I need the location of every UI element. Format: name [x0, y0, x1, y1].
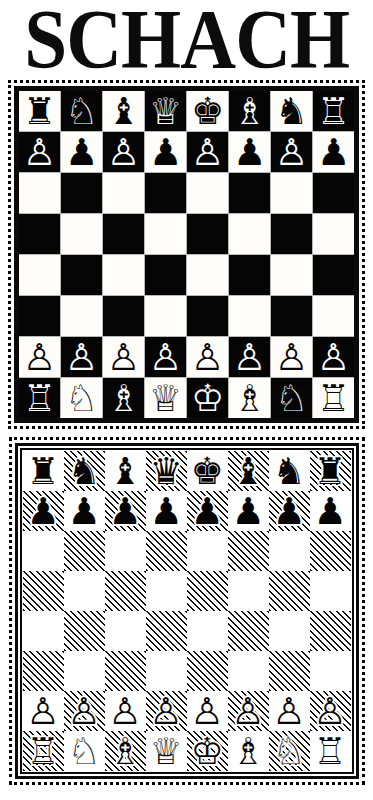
- square-e7[interactable]: ♙: [187, 132, 228, 172]
- chessboard-solid: ♜♘♝♕♚♗♞♖♙♟♙♟♙♟♙♟♙♙♙♙♙♙♙♙♖♘♗♕♔♗♘♖: [19, 91, 354, 418]
- square-g8[interactable]: ♞: [269, 451, 310, 491]
- square-h4[interactable]: [313, 255, 354, 295]
- square-b5[interactable]: [61, 214, 102, 254]
- square-a3[interactable]: [23, 651, 64, 691]
- square-d6[interactable]: [145, 173, 186, 213]
- square-e1[interactable]: ♔: [187, 731, 228, 771]
- black-bishop-piece[interactable]: ♝: [108, 453, 141, 490]
- square-d8[interactable]: ♛: [146, 451, 187, 491]
- square-c3[interactable]: [103, 296, 144, 336]
- square-d8[interactable]: ♕: [145, 91, 186, 131]
- white-pawn-piece[interactable]: ♙: [190, 693, 223, 730]
- square-e2[interactable]: ♙: [187, 337, 228, 377]
- black-pawn-piece[interactable]: ♟: [317, 134, 350, 171]
- white-pawn-piece[interactable]: ♙: [231, 693, 264, 730]
- square-h2[interactable]: ♙: [313, 337, 354, 377]
- square-g2[interactable]: ♙: [271, 337, 312, 377]
- white-pawn-piece[interactable]: ♙: [149, 339, 182, 376]
- square-d1[interactable]: ♕: [145, 378, 186, 418]
- square-c6[interactable]: [103, 173, 144, 213]
- white-pawn-piece[interactable]: ♙: [26, 693, 59, 730]
- square-f4[interactable]: [228, 611, 269, 651]
- square-a1[interactable]: ♖: [23, 731, 64, 771]
- square-f3[interactable]: [229, 296, 270, 336]
- white-rook-piece[interactable]: ♖: [23, 380, 56, 417]
- black-pawn-piece[interactable]: ♟: [272, 493, 305, 530]
- white-pawn-piece[interactable]: ♙: [233, 339, 266, 376]
- square-b1[interactable]: ♘: [61, 378, 102, 418]
- square-f5[interactable]: [229, 214, 270, 254]
- square-c5[interactable]: [103, 214, 144, 254]
- square-e5[interactable]: [187, 214, 228, 254]
- black-pawn-piece[interactable]: ♟: [65, 134, 98, 171]
- square-f7[interactable]: ♟: [228, 491, 269, 531]
- square-h1[interactable]: ♖: [310, 731, 351, 771]
- square-a6[interactable]: [23, 531, 64, 571]
- square-f6[interactable]: [228, 531, 269, 571]
- square-a5[interactable]: [19, 214, 60, 254]
- square-h2[interactable]: ♙: [310, 691, 351, 731]
- white-pawn-piece[interactable]: ♙: [67, 693, 100, 730]
- square-e3[interactable]: [187, 296, 228, 336]
- square-g8[interactable]: ♞: [271, 91, 312, 131]
- black-queen-piece[interactable]: ♛: [149, 453, 182, 490]
- square-c5[interactable]: [105, 571, 146, 611]
- square-c6[interactable]: [105, 531, 146, 571]
- square-f4[interactable]: [229, 255, 270, 295]
- square-a2[interactable]: ♙: [23, 691, 64, 731]
- square-h8[interactable]: ♖: [313, 91, 354, 131]
- square-h5[interactable]: [310, 571, 351, 611]
- square-b2[interactable]: ♙: [61, 337, 102, 377]
- square-a7[interactable]: ♙: [19, 132, 60, 172]
- square-d7[interactable]: ♟: [145, 132, 186, 172]
- hatched-board-frame-outer: ♜♞♝♛♚♝♞♜♟♟♟♟♟♟♟♟♙♙♙♙♙♙♙♙♖♘♗♕♔♗♘♖: [15, 443, 359, 779]
- square-g7[interactable]: ♟: [269, 491, 310, 531]
- square-a8[interactable]: ♜: [23, 451, 64, 491]
- black-bishop-piece[interactable]: ♝: [107, 93, 140, 130]
- square-c1[interactable]: ♗: [103, 378, 144, 418]
- square-c1[interactable]: ♗: [105, 731, 146, 771]
- black-pawn-piece[interactable]: ♟: [233, 134, 266, 171]
- square-e3[interactable]: [187, 651, 228, 691]
- square-e5[interactable]: [187, 571, 228, 611]
- white-queen-piece[interactable]: ♕: [149, 733, 182, 770]
- square-g1[interactable]: ♘: [269, 731, 310, 771]
- square-b4[interactable]: [64, 611, 105, 651]
- black-pawn-piece[interactable]: ♙: [107, 134, 140, 171]
- square-d2[interactable]: ♙: [146, 691, 187, 731]
- square-e8[interactable]: ♚: [187, 91, 228, 131]
- square-g1[interactable]: ♘: [271, 378, 312, 418]
- square-d7[interactable]: ♟: [146, 491, 187, 531]
- white-king-piece[interactable]: ♔: [191, 380, 224, 417]
- square-h1[interactable]: ♖: [313, 378, 354, 418]
- square-c7[interactable]: ♙: [103, 132, 144, 172]
- square-d5[interactable]: [146, 571, 187, 611]
- square-g6[interactable]: [271, 173, 312, 213]
- square-f3[interactable]: [228, 651, 269, 691]
- square-b5[interactable]: [64, 571, 105, 611]
- black-queen-piece[interactable]: ♕: [149, 93, 182, 130]
- square-g4[interactable]: [271, 255, 312, 295]
- square-b1[interactable]: ♘: [64, 731, 105, 771]
- black-pawn-piece[interactable]: ♟: [67, 493, 100, 530]
- square-a1[interactable]: ♖: [19, 378, 60, 418]
- white-bishop-piece[interactable]: ♗: [233, 380, 266, 417]
- square-h3[interactable]: [313, 296, 354, 336]
- square-g5[interactable]: [269, 571, 310, 611]
- square-g3[interactable]: [271, 296, 312, 336]
- black-pawn-piece[interactable]: ♟: [190, 493, 223, 530]
- square-d2[interactable]: ♙: [145, 337, 186, 377]
- white-knight-piece[interactable]: ♘: [272, 733, 305, 770]
- white-pawn-piece[interactable]: ♙: [191, 339, 224, 376]
- square-b2[interactable]: ♙: [64, 691, 105, 731]
- square-g7[interactable]: ♙: [271, 132, 312, 172]
- black-bishop-piece[interactable]: ♝: [231, 453, 264, 490]
- square-d3[interactable]: [146, 651, 187, 691]
- white-knight-piece[interactable]: ♘: [67, 733, 100, 770]
- black-rook-piece[interactable]: ♖: [317, 93, 350, 130]
- square-c7[interactable]: ♟: [105, 491, 146, 531]
- square-a7[interactable]: ♟: [23, 491, 64, 531]
- black-pawn-piece[interactable]: ♟: [108, 493, 141, 530]
- square-b4[interactable]: [61, 255, 102, 295]
- black-pawn-piece[interactable]: ♟: [231, 493, 264, 530]
- white-pawn-piece[interactable]: ♙: [317, 339, 350, 376]
- black-pawn-piece[interactable]: ♙: [275, 134, 308, 171]
- square-e4[interactable]: [187, 255, 228, 295]
- square-g5[interactable]: [271, 214, 312, 254]
- square-d4[interactable]: [145, 255, 186, 295]
- square-f2[interactable]: ♙: [229, 337, 270, 377]
- square-h5[interactable]: [313, 214, 354, 254]
- square-b3[interactable]: [64, 651, 105, 691]
- black-pawn-piece[interactable]: ♟: [149, 134, 182, 171]
- black-knight-piece[interactable]: ♞: [275, 93, 308, 130]
- solid-board-stamp-border: ♜♘♝♕♚♗♞♖♙♟♙♟♙♟♙♟♙♙♙♙♙♙♙♙♖♘♗♕♔♗♘♖: [8, 80, 365, 429]
- white-rook-piece[interactable]: ♖: [26, 733, 59, 770]
- title-bar: SCHACH: [0, 0, 373, 80]
- square-c4[interactable]: [105, 611, 146, 651]
- hatched-board-frame-inner: ♜♞♝♛♚♝♞♜♟♟♟♟♟♟♟♟♙♙♙♙♙♙♙♙♖♘♗♕♔♗♘♖: [20, 448, 354, 774]
- square-a3[interactable]: [19, 296, 60, 336]
- square-c2[interactable]: ♙: [105, 691, 146, 731]
- square-h7[interactable]: ♟: [310, 491, 351, 531]
- black-rook-piece[interactable]: ♜: [26, 453, 59, 490]
- black-rook-piece[interactable]: ♜: [23, 93, 56, 130]
- white-bishop-piece[interactable]: ♗: [108, 733, 141, 770]
- square-b6[interactable]: [61, 173, 102, 213]
- white-knight-piece[interactable]: ♘: [65, 380, 98, 417]
- square-c3[interactable]: [105, 651, 146, 691]
- square-d5[interactable]: [145, 214, 186, 254]
- black-rook-piece[interactable]: ♜: [313, 453, 346, 490]
- square-c4[interactable]: [103, 255, 144, 295]
- white-pawn-piece[interactable]: ♙: [65, 339, 98, 376]
- square-b7[interactable]: ♟: [64, 491, 105, 531]
- white-pawn-piece[interactable]: ♙: [149, 693, 182, 730]
- white-pawn-piece[interactable]: ♙: [23, 339, 56, 376]
- black-pawn-piece[interactable]: ♙: [191, 134, 224, 171]
- white-king-piece[interactable]: ♔: [190, 733, 223, 770]
- square-b3[interactable]: [61, 296, 102, 336]
- square-e6[interactable]: [187, 173, 228, 213]
- chessboard-hatched: ♜♞♝♛♚♝♞♜♟♟♟♟♟♟♟♟♙♙♙♙♙♙♙♙♖♘♗♕♔♗♘♖: [23, 451, 351, 771]
- square-c8[interactable]: ♝: [105, 451, 146, 491]
- square-a4[interactable]: [19, 255, 60, 295]
- square-a6[interactable]: [19, 173, 60, 213]
- square-d4[interactable]: [146, 611, 187, 651]
- square-c8[interactable]: ♝: [103, 91, 144, 131]
- solid-board-frame: ♜♘♝♕♚♗♞♖♙♟♙♟♙♟♙♟♙♙♙♙♙♙♙♙♖♘♗♕♔♗♘♖: [14, 86, 359, 423]
- black-bishop-piece[interactable]: ♗: [233, 93, 266, 130]
- square-f6[interactable]: [229, 173, 270, 213]
- black-pawn-piece[interactable]: ♙: [23, 134, 56, 171]
- square-a2[interactable]: ♙: [19, 337, 60, 377]
- white-queen-piece[interactable]: ♕: [149, 380, 182, 417]
- square-c2[interactable]: ♙: [103, 337, 144, 377]
- white-rook-piece[interactable]: ♖: [313, 733, 346, 770]
- square-d6[interactable]: [146, 531, 187, 571]
- white-pawn-piece[interactable]: ♙: [275, 339, 308, 376]
- square-a4[interactable]: [23, 611, 64, 651]
- square-f1[interactable]: ♗: [228, 731, 269, 771]
- black-king-piece[interactable]: ♚: [191, 93, 224, 130]
- square-f8[interactable]: ♝: [228, 451, 269, 491]
- white-bishop-piece[interactable]: ♗: [231, 733, 264, 770]
- square-g2[interactable]: ♙: [269, 691, 310, 731]
- white-pawn-piece[interactable]: ♙: [108, 693, 141, 730]
- square-f8[interactable]: ♗: [229, 91, 270, 131]
- white-knight-piece[interactable]: ♘: [275, 380, 308, 417]
- white-rook-piece[interactable]: ♖: [317, 380, 350, 417]
- square-b7[interactable]: ♟: [61, 132, 102, 172]
- square-e4[interactable]: [187, 611, 228, 651]
- square-f1[interactable]: ♗: [229, 378, 270, 418]
- white-pawn-piece[interactable]: ♙: [313, 693, 346, 730]
- black-knight-piece[interactable]: ♞: [67, 453, 100, 490]
- square-e2[interactable]: ♙: [187, 691, 228, 731]
- hatched-board-stamp-border: ♜♞♝♛♚♝♞♜♟♟♟♟♟♟♟♟♙♙♙♙♙♙♙♙♖♘♗♕♔♗♘♖: [9, 437, 365, 785]
- square-a8[interactable]: ♜: [19, 91, 60, 131]
- square-f2[interactable]: ♙: [228, 691, 269, 731]
- square-b8[interactable]: ♘: [61, 91, 102, 131]
- square-e6[interactable]: [187, 531, 228, 571]
- square-g3[interactable]: [269, 651, 310, 691]
- black-pawn-piece[interactable]: ♟: [149, 493, 182, 530]
- square-d1[interactable]: ♕: [146, 731, 187, 771]
- square-b8[interactable]: ♞: [64, 451, 105, 491]
- square-h3[interactable]: [310, 651, 351, 691]
- square-e8[interactable]: ♚: [187, 451, 228, 491]
- square-h6[interactable]: [310, 531, 351, 571]
- square-f5[interactable]: [228, 571, 269, 611]
- black-king-piece[interactable]: ♚: [190, 453, 223, 490]
- square-e1[interactable]: ♔: [187, 378, 228, 418]
- square-d3[interactable]: [145, 296, 186, 336]
- square-a5[interactable]: [23, 571, 64, 611]
- square-h6[interactable]: [313, 173, 354, 213]
- square-h4[interactable]: [310, 611, 351, 651]
- white-pawn-piece[interactable]: ♙: [272, 693, 305, 730]
- white-pawn-piece[interactable]: ♙: [107, 339, 140, 376]
- square-g4[interactable]: [269, 611, 310, 651]
- square-f7[interactable]: ♟: [229, 132, 270, 172]
- square-h8[interactable]: ♜: [310, 451, 351, 491]
- black-pawn-piece[interactable]: ♟: [313, 493, 346, 530]
- white-bishop-piece[interactable]: ♗: [107, 380, 140, 417]
- square-e7[interactable]: ♟: [187, 491, 228, 531]
- page-title: SCHACH: [24, 0, 349, 80]
- black-knight-piece[interactable]: ♘: [65, 93, 98, 130]
- square-g6[interactable]: [269, 531, 310, 571]
- square-h7[interactable]: ♟: [313, 132, 354, 172]
- square-b6[interactable]: [64, 531, 105, 571]
- black-pawn-piece[interactable]: ♟: [26, 493, 59, 530]
- black-knight-piece[interactable]: ♞: [272, 453, 305, 490]
